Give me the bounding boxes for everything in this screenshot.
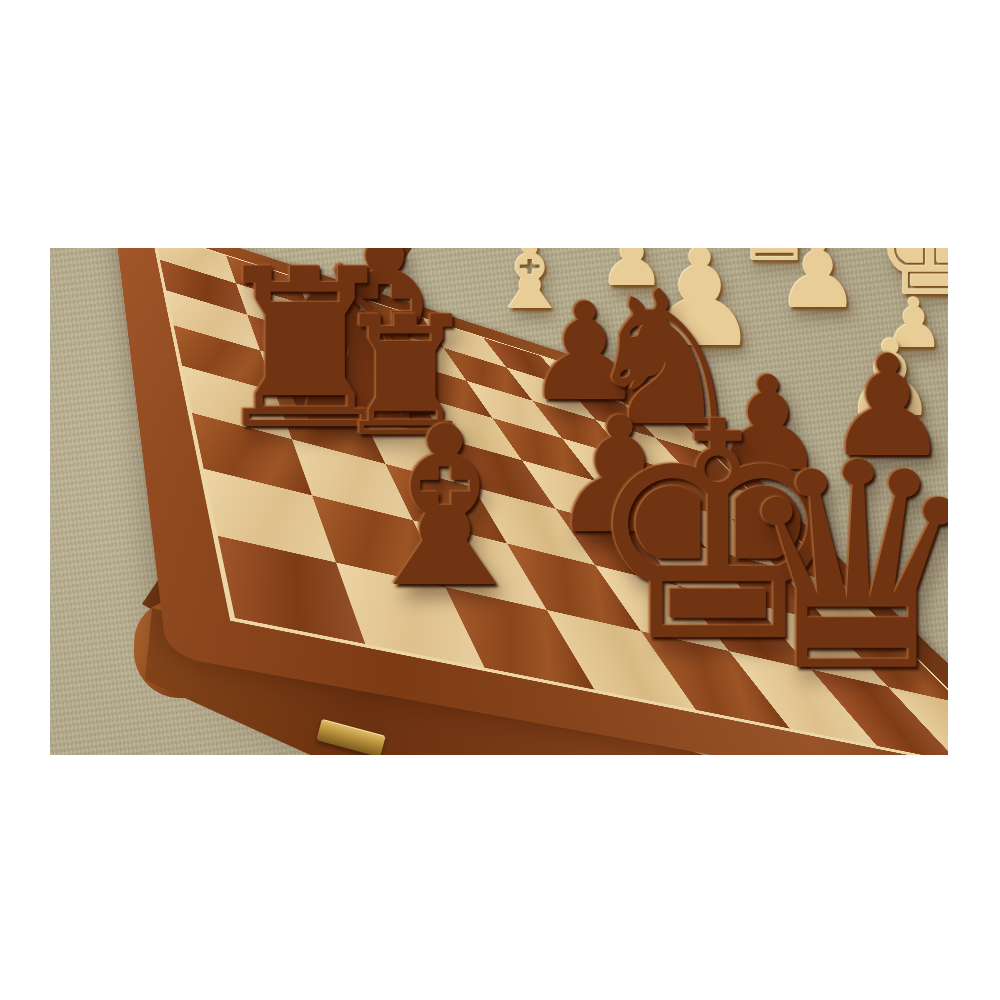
- piece-black-queen-d8: ♛: [730, 426, 948, 711]
- photo-area: ♛♟♚♟♝♟♟♟♟♟♝♞♞♜♜♟♟♟♝♚♛: [50, 248, 948, 755]
- piece-white-pawn-d2: ♟: [775, 248, 860, 322]
- piece-black-bishop-g8: ♝: [346, 398, 543, 618]
- screenshot: ♛♟♚♟♝♟♟♟♟♟♝♞♞♜♜♟♟♟♝♚♛: [0, 0, 1000, 1000]
